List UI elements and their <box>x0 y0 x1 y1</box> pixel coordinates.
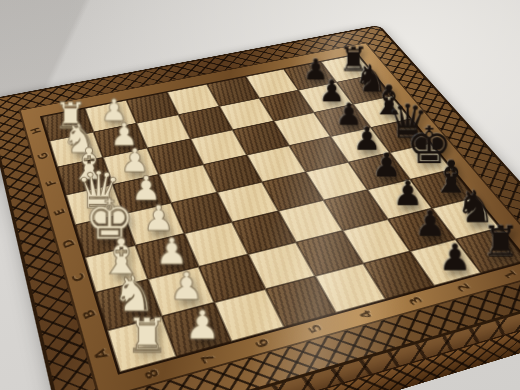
white-pawn: ♟ <box>182 305 222 345</box>
white-rook: ♜ <box>123 312 171 360</box>
chess-photo-scene: ♜♟♟♜♞♟♟♞♝♟♟♝♛♟♟♛♚♟♟♚♝♟♟♝♞♟♟♞♜♟♟♜ HGFEDCB… <box>0 0 520 390</box>
black-pawn: ♟ <box>436 239 473 276</box>
white-pawn: ♟ <box>167 267 205 305</box>
black-rook: ♜ <box>479 220 520 263</box>
perspective-scene: ♜♟♟♜♞♟♟♞♝♟♟♝♛♟♟♛♚♟♟♚♝♟♟♝♞♟♟♞♜♟♟♜ HGFEDCB… <box>0 0 520 390</box>
chess-board: ♜♟♟♜♞♟♟♞♝♟♟♝♛♟♟♛♚♟♟♚♝♟♟♝♞♟♟♞♜♟♟♜ HGFEDCB… <box>0 26 520 390</box>
